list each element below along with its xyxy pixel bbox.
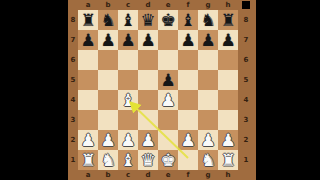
square-h6[interactable] [218, 50, 238, 70]
rank-label-left-7: 7 [68, 30, 78, 50]
black-bishop-c8: ♝ [118, 10, 138, 30]
square-h4[interactable] [218, 90, 238, 110]
square-f6[interactable] [178, 50, 198, 70]
black-pawn-d7: ♟ [138, 30, 158, 50]
rank-label-right-8: 8 [238, 10, 254, 30]
square-d1[interactable]: ♛ [138, 150, 158, 170]
file-label-top-a: a [78, 0, 98, 10]
square-f2[interactable]: ♟ [178, 130, 198, 150]
square-c3[interactable] [118, 110, 138, 130]
black-pawn-g7: ♟ [198, 30, 218, 50]
black-king-e8: ♚ [158, 10, 178, 30]
square-c2[interactable]: ♟ [118, 130, 138, 150]
file-label-bottom-f: f [178, 170, 198, 180]
white-pawn-b2: ♟ [98, 130, 118, 150]
square-a4[interactable] [78, 90, 98, 110]
rank-label-right-1: 1 [238, 150, 254, 170]
square-e5[interactable]: ♟ [158, 70, 178, 90]
file-label-bottom-a: a [78, 170, 98, 180]
file-label-bottom-d: d [138, 170, 158, 180]
rank-label-left-3: 3 [68, 110, 78, 130]
square-e8[interactable]: ♚ [158, 10, 178, 30]
rank-label-left-2: 2 [68, 130, 78, 150]
board-grid: ♜♞♝♛♚♝♞♜♟♟♟♟♟♟♟♟♝♟♟♟♟♟♟♟♟♜♞♝♛♚♞♜ [78, 10, 238, 170]
square-g7[interactable]: ♟ [198, 30, 218, 50]
square-h2[interactable]: ♟ [218, 130, 238, 150]
file-label-top-c: c [118, 0, 138, 10]
square-g6[interactable] [198, 50, 218, 70]
page-background: abcdefgh abcdefgh 87654321 87654321 ♜♞♝♛… [0, 0, 320, 180]
square-a8[interactable]: ♜ [78, 10, 98, 30]
square-a1[interactable]: ♜ [78, 150, 98, 170]
turn-indicator-black [242, 1, 250, 9]
square-g5[interactable] [198, 70, 218, 90]
white-pawn-a2: ♟ [78, 130, 98, 150]
black-pawn-e5: ♟ [158, 70, 178, 90]
file-label-bottom-b: b [98, 170, 118, 180]
rank-labels-left: 87654321 [68, 10, 78, 170]
white-pawn-e4: ♟ [158, 90, 178, 110]
rank-label-right-7: 7 [238, 30, 254, 50]
black-pawn-f7: ♟ [178, 30, 198, 50]
file-label-bottom-g: g [198, 170, 218, 180]
square-g2[interactable]: ♟ [198, 130, 218, 150]
square-a6[interactable] [78, 50, 98, 70]
white-king-e1: ♚ [158, 150, 178, 170]
white-pawn-d2: ♟ [138, 130, 158, 150]
square-c6[interactable] [118, 50, 138, 70]
file-label-top-b: b [98, 0, 118, 10]
chess-board: abcdefgh abcdefgh 87654321 87654321 ♜♞♝♛… [68, 0, 256, 180]
rank-label-left-4: 4 [68, 90, 78, 110]
square-a5[interactable] [78, 70, 98, 90]
white-pawn-h2: ♟ [218, 130, 238, 150]
black-rook-a8: ♜ [78, 10, 98, 30]
square-b3[interactable] [98, 110, 118, 130]
square-e1[interactable]: ♚ [158, 150, 178, 170]
file-labels-top: abcdefgh [78, 0, 238, 10]
square-d2[interactable]: ♟ [138, 130, 158, 150]
black-pawn-h7: ♟ [218, 30, 238, 50]
white-pawn-g2: ♟ [198, 130, 218, 150]
square-d4[interactable] [138, 90, 158, 110]
square-c1[interactable]: ♝ [118, 150, 138, 170]
square-b8[interactable]: ♞ [98, 10, 118, 30]
file-label-bottom-c: c [118, 170, 138, 180]
square-d3[interactable] [138, 110, 158, 130]
square-e3[interactable] [158, 110, 178, 130]
square-e7[interactable] [158, 30, 178, 50]
black-pawn-c7: ♟ [118, 30, 138, 50]
rank-label-left-1: 1 [68, 150, 78, 170]
square-c5[interactable] [118, 70, 138, 90]
square-a7[interactable]: ♟ [78, 30, 98, 50]
square-c4[interactable]: ♝ [118, 90, 138, 110]
file-label-top-g: g [198, 0, 218, 10]
rank-label-left-5: 5 [68, 70, 78, 90]
white-queen-d1: ♛ [138, 150, 158, 170]
white-rook-a1: ♜ [78, 150, 98, 170]
rank-label-right-4: 4 [238, 90, 254, 110]
square-g3[interactable] [198, 110, 218, 130]
square-h3[interactable] [218, 110, 238, 130]
square-g8[interactable]: ♞ [198, 10, 218, 30]
square-a3[interactable] [78, 110, 98, 130]
square-b6[interactable] [98, 50, 118, 70]
rank-labels-right: 87654321 [238, 10, 254, 170]
square-b4[interactable] [98, 90, 118, 110]
square-g4[interactable] [198, 90, 218, 110]
white-knight-b1: ♞ [98, 150, 118, 170]
square-c7[interactable]: ♟ [118, 30, 138, 50]
square-f5[interactable] [178, 70, 198, 90]
square-h1[interactable]: ♜ [218, 150, 238, 170]
white-knight-g1: ♞ [198, 150, 218, 170]
file-labels-bottom: abcdefgh [78, 170, 238, 180]
rank-label-right-6: 6 [238, 50, 254, 70]
white-rook-h1: ♜ [218, 150, 238, 170]
square-d5[interactable] [138, 70, 158, 90]
black-knight-g8: ♞ [198, 10, 218, 30]
rank-label-right-2: 2 [238, 130, 254, 150]
square-f3[interactable] [178, 110, 198, 130]
square-h5[interactable] [218, 70, 238, 90]
square-e2[interactable] [158, 130, 178, 150]
file-label-bottom-h: h [218, 170, 238, 180]
square-b1[interactable]: ♞ [98, 150, 118, 170]
file-label-top-f: f [178, 0, 198, 10]
square-e6[interactable] [158, 50, 178, 70]
square-h7[interactable]: ♟ [218, 30, 238, 50]
black-bishop-f8: ♝ [178, 10, 198, 30]
square-g1[interactable]: ♞ [198, 150, 218, 170]
black-queen-d8: ♛ [138, 10, 158, 30]
square-f4[interactable] [178, 90, 198, 110]
square-c8[interactable]: ♝ [118, 10, 138, 30]
square-b7[interactable]: ♟ [98, 30, 118, 50]
square-d8[interactable]: ♛ [138, 10, 158, 30]
white-bishop-c1: ♝ [118, 150, 138, 170]
black-pawn-a7: ♟ [78, 30, 98, 50]
square-d6[interactable] [138, 50, 158, 70]
rank-label-right-3: 3 [238, 110, 254, 130]
black-knight-b8: ♞ [98, 10, 118, 30]
square-b2[interactable]: ♟ [98, 130, 118, 150]
square-a2[interactable]: ♟ [78, 130, 98, 150]
file-label-top-e: e [158, 0, 178, 10]
white-bishop-c4: ♝ [118, 90, 138, 110]
file-label-top-h: h [218, 0, 238, 10]
white-pawn-f2: ♟ [178, 130, 198, 150]
white-pawn-c2: ♟ [118, 130, 138, 150]
square-f1[interactable] [178, 150, 198, 170]
square-b5[interactable] [98, 70, 118, 90]
black-pawn-b7: ♟ [98, 30, 118, 50]
file-label-top-d: d [138, 0, 158, 10]
rank-label-right-5: 5 [238, 70, 254, 90]
rank-label-left-6: 6 [68, 50, 78, 70]
file-label-bottom-e: e [158, 170, 178, 180]
black-rook-h8: ♜ [218, 10, 238, 30]
rank-label-left-8: 8 [68, 10, 78, 30]
square-h8[interactable]: ♜ [218, 10, 238, 30]
square-e4[interactable]: ♟ [158, 90, 178, 110]
square-f8[interactable]: ♝ [178, 10, 198, 30]
square-f7[interactable]: ♟ [178, 30, 198, 50]
square-d7[interactable]: ♟ [138, 30, 158, 50]
